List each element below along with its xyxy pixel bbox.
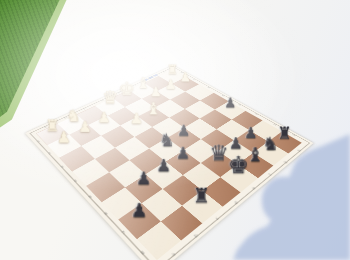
coord-tick: a [169, 251, 176, 258]
coord-tick: 4 [72, 178, 78, 183]
coord-tick: g [281, 160, 287, 164]
coord-tick: 1 [36, 139, 41, 143]
square-a8[interactable] [137, 221, 181, 260]
coord-tick: 5 [87, 194, 93, 199]
outdoor-chess-scene: ♜♞♛♚♝♜♟♟♟♟♟♟♟♝♞♟♟♟♟♟♟♛♟♟♜♚♝♞♜ 11aa22bb33… [0, 0, 350, 260]
coord-tick: 6 [102, 211, 108, 217]
coord-tick: 8 [139, 249, 146, 256]
coord-tick: f [267, 172, 273, 176]
coord-tick: b [192, 232, 199, 238]
square-h8[interactable]: ♜ [268, 131, 302, 154]
coord-tick: 7 [120, 229, 127, 235]
coord-tick: a [43, 125, 47, 128]
coord-tick: 2 [47, 151, 52, 155]
coord-tick: c [213, 215, 220, 220]
coord-tick: d [232, 200, 239, 205]
coord-tick: h [296, 148, 302, 152]
coord-tick: 3 [59, 164, 64, 168]
coord-tick: e [250, 185, 256, 190]
